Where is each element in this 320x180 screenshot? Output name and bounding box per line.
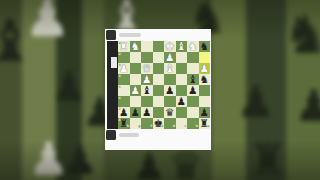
square-g1: ♞ bbox=[130, 41, 142, 52]
square-h3: 3♟ bbox=[118, 63, 130, 74]
white-knight-piece: ♞ bbox=[187, 41, 199, 52]
white-bishop-piece: ♝ bbox=[164, 63, 176, 74]
chess-board: 1♜♞♚♝♞♞2♟3♟♛♝♟4♟♝♞5♟♝♟♟6♟7♟♟♟♛♟8h♜gfe♚dc… bbox=[118, 41, 210, 129]
square-d7: ♛ bbox=[164, 107, 176, 118]
square-g8: g bbox=[130, 118, 142, 129]
rank-label: 8 bbox=[119, 119, 121, 122]
square-g2 bbox=[130, 52, 142, 63]
black-bishop-silhouette: ♝ bbox=[0, 12, 36, 70]
black-pawn-piece: ♟ bbox=[141, 107, 153, 118]
rank-label: 3 bbox=[119, 64, 121, 67]
black-pawn-silhouette: ♟ bbox=[132, 148, 166, 180]
square-f8: f bbox=[141, 118, 153, 129]
square-c6: ♟ bbox=[176, 96, 188, 107]
square-c3 bbox=[176, 63, 188, 74]
square-e8: e♚ bbox=[153, 118, 165, 129]
top-player-avatar bbox=[106, 30, 116, 40]
video-frame[interactable]: ♟♝♟♟♟♟♝♞♟♛♞♟♟♜ 1♜♞♚♝♞♞2♟3♟♛♝♟4♟♝♞5♟♝♟♟6♟… bbox=[0, 0, 320, 180]
black-pawn-silhouette: ♟ bbox=[62, 140, 98, 180]
square-e4 bbox=[153, 74, 165, 85]
black-knight-piece: ♞ bbox=[199, 74, 211, 85]
square-c1: ♝ bbox=[176, 41, 188, 52]
left-column-light-patch bbox=[111, 57, 117, 68]
black-pawn-piece: ♟ bbox=[130, 107, 142, 118]
square-b1: ♞ bbox=[187, 41, 199, 52]
square-a8: a♜ bbox=[199, 118, 211, 129]
square-g3 bbox=[130, 63, 142, 74]
square-h1: 1♜ bbox=[118, 41, 130, 52]
black-knight-silhouette: ♞ bbox=[282, 8, 320, 62]
square-h5: 5 bbox=[118, 85, 130, 96]
black-pawn-silhouette: ♟ bbox=[236, 80, 275, 124]
video-content-card: 1♜♞♚♝♞♞2♟3♟♛♝♟4♟♝♞5♟♝♟♟6♟7♟♟♟♛♟8h♜gfe♚dc… bbox=[105, 29, 211, 150]
square-b8: b bbox=[187, 118, 199, 129]
white-knight-piece: ♞ bbox=[130, 41, 142, 52]
rank-label: 2 bbox=[119, 53, 121, 56]
black-queen-piece: ♛ bbox=[164, 107, 176, 118]
square-f5: ♝ bbox=[141, 85, 153, 96]
square-e2 bbox=[153, 52, 165, 63]
square-c4 bbox=[176, 74, 188, 85]
top-player-name-smudge bbox=[119, 33, 141, 37]
square-e1 bbox=[153, 41, 165, 52]
square-c2 bbox=[176, 52, 188, 63]
white-bishop-piece: ♝ bbox=[176, 41, 188, 52]
square-c8: c bbox=[176, 118, 188, 129]
rank-label: 1 bbox=[119, 42, 121, 45]
square-g5: ♟ bbox=[130, 85, 142, 96]
black-pawn-piece: ♟ bbox=[187, 85, 199, 96]
square-a4: ♞ bbox=[199, 74, 211, 85]
black-rook-silhouette: ♜ bbox=[248, 138, 287, 180]
square-e3 bbox=[153, 63, 165, 74]
square-g7: ♟ bbox=[130, 107, 142, 118]
square-f7: ♟ bbox=[141, 107, 153, 118]
square-a5 bbox=[199, 85, 211, 96]
rank-label: 5 bbox=[119, 86, 121, 89]
square-b2 bbox=[187, 52, 199, 63]
square-b6 bbox=[187, 96, 199, 107]
bottom-player-name-smudge bbox=[119, 133, 139, 137]
square-h4: 4 bbox=[118, 74, 130, 85]
square-a1: ♞ bbox=[199, 41, 211, 52]
black-pawn-silhouette: ♟ bbox=[294, 84, 320, 128]
rank-label: 4 bbox=[119, 75, 121, 78]
square-h8: 8h♜ bbox=[118, 118, 130, 129]
black-pawn-piece: ♟ bbox=[176, 96, 188, 107]
bottom-player-avatar bbox=[106, 130, 116, 140]
square-b5: ♟ bbox=[187, 85, 199, 96]
square-b7 bbox=[187, 107, 199, 118]
black-pawn-piece: ♟ bbox=[164, 85, 176, 96]
black-bishop-piece: ♝ bbox=[141, 85, 153, 96]
black-queen-silhouette: ♛ bbox=[168, 146, 204, 180]
square-e6 bbox=[153, 96, 165, 107]
black-knight-piece: ♞ bbox=[199, 41, 211, 52]
file-label: a bbox=[207, 125, 209, 128]
square-d8: d bbox=[164, 118, 176, 129]
square-f1 bbox=[141, 41, 153, 52]
square-e5 bbox=[153, 85, 165, 96]
square-c7 bbox=[176, 107, 188, 118]
white-pawn-piece: ♟ bbox=[130, 85, 142, 96]
square-d3: ♝ bbox=[164, 63, 176, 74]
rank-label: 7 bbox=[119, 108, 121, 111]
square-d5: ♟ bbox=[164, 85, 176, 96]
left-dark-column bbox=[107, 41, 118, 129]
rank-label: 6 bbox=[119, 97, 121, 100]
